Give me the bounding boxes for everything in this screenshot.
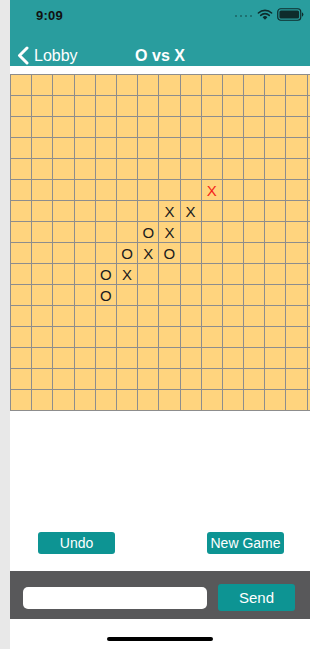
board-cell[interactable] [202,222,223,243]
board-cell[interactable] [308,243,310,264]
board-cell[interactable] [138,306,159,327]
board-cell[interactable] [32,306,53,327]
board-cell[interactable] [117,390,138,411]
board-cell[interactable] [265,348,286,369]
board-cell[interactable] [159,75,180,96]
board-cell[interactable] [244,327,265,348]
board-cell[interactable] [53,96,74,117]
board-cell[interactable] [308,201,310,222]
board-cell[interactable] [286,264,307,285]
board-cell[interactable] [96,180,117,201]
board-cell[interactable] [53,243,74,264]
status-bar: 9:09 [10,0,310,30]
board-cell[interactable] [181,369,202,390]
board-cell[interactable] [138,96,159,117]
board-cell[interactable] [138,285,159,306]
board-cell[interactable] [308,117,310,138]
board-cell[interactable] [181,180,202,201]
board-cell[interactable] [308,390,310,411]
board-cell[interactable] [159,264,180,285]
board-cell[interactable] [223,348,244,369]
board-cell[interactable] [96,243,117,264]
board-cell[interactable] [53,390,74,411]
board-cell[interactable] [32,138,53,159]
board-cell[interactable]: X [202,180,223,201]
board-cell[interactable] [202,306,223,327]
board-cell[interactable] [286,159,307,180]
new-game-button[interactable]: New Game [207,532,284,554]
board-cell[interactable] [75,75,96,96]
board-cell[interactable] [75,180,96,201]
board-cell[interactable] [202,159,223,180]
board-cell[interactable] [265,96,286,117]
status-time: 9:09 [36,8,63,23]
board-cell[interactable] [265,390,286,411]
board-cell[interactable] [75,348,96,369]
board-cell[interactable] [181,96,202,117]
board-cell[interactable] [117,285,138,306]
board-cell[interactable] [32,327,53,348]
board-cell[interactable] [11,138,32,159]
piece-x: X [143,246,153,261]
board-cell[interactable] [11,390,32,411]
board-cell[interactable] [265,243,286,264]
board-cell[interactable] [202,390,223,411]
board-cell[interactable] [244,285,265,306]
board-cell[interactable] [138,117,159,138]
board-cell[interactable] [53,138,74,159]
chat-input[interactable] [23,587,207,609]
board-cell[interactable] [286,180,307,201]
board-cell[interactable] [159,180,180,201]
board-cell[interactable] [96,138,117,159]
board-cell[interactable]: O [138,222,159,243]
board-cell[interactable] [32,222,53,243]
board-cell[interactable] [75,222,96,243]
board-cell[interactable] [117,138,138,159]
cellular-signal-icon [235,15,253,18]
board-cell[interactable]: O [96,285,117,306]
board-cell[interactable] [53,75,74,96]
board-cell[interactable] [32,390,53,411]
board-cell[interactable] [96,306,117,327]
board-cell[interactable] [308,222,310,243]
board-cell[interactable] [265,369,286,390]
board-cell[interactable] [308,75,310,96]
board-cell[interactable] [181,117,202,138]
board-cell[interactable]: X [181,201,202,222]
board-cell[interactable] [117,306,138,327]
piece-o: O [164,246,176,261]
battery-icon [277,7,304,25]
board-cell[interactable] [32,96,53,117]
board-cell[interactable] [75,201,96,222]
piece-o: O [142,225,154,240]
piece-x-last-move: X [207,183,217,198]
board-cell[interactable] [223,243,244,264]
board-cell[interactable] [286,243,307,264]
board-cell[interactable] [32,348,53,369]
board-cell[interactable] [223,138,244,159]
board-cell[interactable] [202,369,223,390]
board-cell[interactable] [286,201,307,222]
board-cell[interactable] [286,285,307,306]
board-cell[interactable] [286,306,307,327]
board-cell[interactable] [265,285,286,306]
board-cell[interactable] [181,138,202,159]
board-cell[interactable] [117,327,138,348]
board-cell[interactable] [244,75,265,96]
board-cell[interactable] [244,264,265,285]
board-cell[interactable] [286,222,307,243]
board-cell[interactable] [159,348,180,369]
board-cell[interactable] [32,75,53,96]
board-cell[interactable]: O [159,243,180,264]
board-cell[interactable] [223,201,244,222]
board-cell[interactable] [32,117,53,138]
board-cell[interactable] [11,117,32,138]
board-cell[interactable] [138,327,159,348]
board-cell[interactable] [223,390,244,411]
board-cell[interactable] [11,306,32,327]
piece-o: O [121,246,133,261]
nav-bar: Lobby O vs X [10,30,310,66]
board-cell[interactable] [159,285,180,306]
board-cell[interactable] [53,369,74,390]
board-cell[interactable] [53,306,74,327]
board-cell[interactable] [53,117,74,138]
board-cell[interactable] [75,243,96,264]
board-cell[interactable] [265,159,286,180]
home-indicator[interactable] [107,637,213,641]
board-cell[interactable] [96,222,117,243]
board-cell[interactable] [117,369,138,390]
board-cell[interactable] [244,96,265,117]
board-cell[interactable] [181,264,202,285]
board-cell[interactable] [138,264,159,285]
board-cell[interactable] [308,138,310,159]
board-cell[interactable] [11,201,32,222]
board-cell[interactable] [265,306,286,327]
send-button[interactable]: Send [218,584,295,611]
status-icons [235,8,305,24]
board-cell[interactable]: O [96,264,117,285]
board-cell[interactable]: X [138,243,159,264]
board-cell[interactable] [96,201,117,222]
board-cell[interactable] [11,369,32,390]
board-cell[interactable] [53,222,74,243]
board-cell[interactable]: X [117,264,138,285]
page-title: O vs X [10,47,310,65]
board-cell[interactable] [202,75,223,96]
board-cell[interactable] [53,348,74,369]
board-cell[interactable] [223,117,244,138]
board-cell[interactable] [138,390,159,411]
board-cell[interactable] [265,222,286,243]
board-cell[interactable] [11,180,32,201]
board-cell[interactable] [202,96,223,117]
board-cell[interactable] [138,201,159,222]
board-cell[interactable] [181,243,202,264]
board-cell[interactable] [181,75,202,96]
board-cell[interactable] [32,243,53,264]
board-cell[interactable] [96,117,117,138]
board-cell[interactable] [286,327,307,348]
board-cell[interactable] [223,75,244,96]
board-cell[interactable] [138,348,159,369]
phone-screen: 9:09 Lobb [10,0,310,649]
board-cell[interactable] [11,96,32,117]
piece-o: O [100,288,112,303]
board-cell[interactable] [75,159,96,180]
board-cell[interactable] [96,75,117,96]
board-cell[interactable] [308,264,310,285]
board-cell[interactable] [159,390,180,411]
board-cell[interactable] [11,243,32,264]
board-cell[interactable] [265,117,286,138]
board-cell[interactable] [53,264,74,285]
board-cell[interactable] [223,306,244,327]
board-cell[interactable] [244,222,265,243]
board-cell[interactable] [11,285,32,306]
board-cell[interactable] [265,138,286,159]
board-cell[interactable] [202,264,223,285]
board-cell[interactable] [223,264,244,285]
board-cell[interactable] [244,138,265,159]
board-cell[interactable] [11,264,32,285]
undo-button[interactable]: Undo [38,532,115,554]
board-cell[interactable] [265,201,286,222]
piece-x: X [164,225,174,240]
board-cell[interactable] [265,327,286,348]
board-cell[interactable] [138,159,159,180]
board-cell[interactable] [308,285,310,306]
board-cell[interactable] [75,306,96,327]
board-cell[interactable] [159,327,180,348]
board-cell[interactable] [244,159,265,180]
board-cell[interactable] [138,369,159,390]
board-cell[interactable] [202,138,223,159]
board-cell[interactable] [159,306,180,327]
board-cell[interactable] [202,327,223,348]
board-cell[interactable] [117,222,138,243]
board-cell[interactable] [96,327,117,348]
board-cell[interactable] [138,75,159,96]
board-cell[interactable] [265,264,286,285]
board-cell[interactable] [244,369,265,390]
board-cell[interactable] [244,390,265,411]
board-cell[interactable] [117,180,138,201]
board-cell[interactable] [53,201,74,222]
piece-o: O [100,267,112,282]
board-cell[interactable] [53,285,74,306]
board-cell[interactable] [244,180,265,201]
board: XXXOXOXOOXO [11,75,310,411]
piece-x: X [122,267,132,282]
board-cell[interactable] [181,348,202,369]
board-cell[interactable] [138,180,159,201]
board-cell[interactable] [223,369,244,390]
board-cell[interactable] [75,285,96,306]
board-cell[interactable] [53,327,74,348]
board-cell[interactable] [286,75,307,96]
board-cell[interactable] [117,75,138,96]
board-cell[interactable] [244,306,265,327]
board-cell[interactable] [75,117,96,138]
board-cell[interactable] [265,180,286,201]
board-cell[interactable] [223,327,244,348]
board-cell[interactable] [181,390,202,411]
board-cell[interactable] [11,159,32,180]
board-cell[interactable] [202,117,223,138]
board-cell[interactable] [308,369,310,390]
board-cell[interactable]: X [159,201,180,222]
board-cell[interactable] [308,159,310,180]
board-cell[interactable] [117,348,138,369]
board-cell[interactable] [244,348,265,369]
board-cell[interactable] [96,390,117,411]
board-cell[interactable] [32,159,53,180]
board-cell[interactable] [159,117,180,138]
board-cell[interactable] [286,390,307,411]
board-cell[interactable] [32,369,53,390]
board-cell[interactable] [96,369,117,390]
board-cell[interactable] [202,285,223,306]
board-cell[interactable] [286,369,307,390]
board-cell[interactable] [11,348,32,369]
board-wrap: XXXOXOXOOXO [10,74,310,411]
board-cell[interactable] [223,159,244,180]
board-cell[interactable] [202,243,223,264]
board-cell[interactable] [308,306,310,327]
board-cell[interactable] [181,327,202,348]
board-cell[interactable] [53,180,74,201]
board-cell[interactable] [308,348,310,369]
board-cell[interactable] [75,327,96,348]
board-cell[interactable] [244,117,265,138]
board-cell[interactable] [138,138,159,159]
board-cell[interactable] [117,201,138,222]
board-cell[interactable] [286,117,307,138]
board-cell[interactable] [75,96,96,117]
board-cell[interactable] [308,180,310,201]
board-cell[interactable] [202,201,223,222]
board-cell[interactable] [308,327,310,348]
board-cell[interactable] [96,159,117,180]
board-cell[interactable] [32,264,53,285]
board-cell[interactable] [223,96,244,117]
board-cell[interactable] [117,117,138,138]
board-cell[interactable] [223,180,244,201]
board-cell[interactable] [32,285,53,306]
board-cell[interactable] [11,222,32,243]
board-cell[interactable] [286,138,307,159]
board-cell[interactable] [286,348,307,369]
board-cell[interactable] [286,96,307,117]
board-cell[interactable] [32,180,53,201]
board-cell[interactable] [223,222,244,243]
board-cell[interactable] [75,390,96,411]
board-cell[interactable] [308,96,310,117]
board-cell[interactable] [75,138,96,159]
chat-bar: Send [10,571,310,619]
board-cell[interactable] [32,201,53,222]
board-cell[interactable] [265,75,286,96]
board-cell[interactable] [181,285,202,306]
board-cell[interactable] [96,348,117,369]
board-cell[interactable] [181,222,202,243]
board-cell[interactable] [223,285,244,306]
board-cell[interactable] [181,159,202,180]
board-cell[interactable] [117,159,138,180]
board-cell[interactable] [75,264,96,285]
board-cell[interactable] [244,201,265,222]
board-cell[interactable] [159,96,180,117]
board-cell[interactable] [202,348,223,369]
board-cell[interactable] [244,243,265,264]
board-cell[interactable] [11,75,32,96]
piece-x: X [164,204,174,219]
board-cell[interactable]: X [159,222,180,243]
board-cell[interactable] [75,369,96,390]
board-cell[interactable] [53,159,74,180]
board-cell[interactable] [159,138,180,159]
board-cell[interactable] [11,327,32,348]
board-cell[interactable]: O [117,243,138,264]
board-cell[interactable] [159,159,180,180]
wifi-icon [257,7,273,25]
board-cell[interactable] [96,96,117,117]
board-cell[interactable] [181,306,202,327]
board-cell[interactable] [159,369,180,390]
piece-x: X [186,204,196,219]
board-cell[interactable] [117,96,138,117]
